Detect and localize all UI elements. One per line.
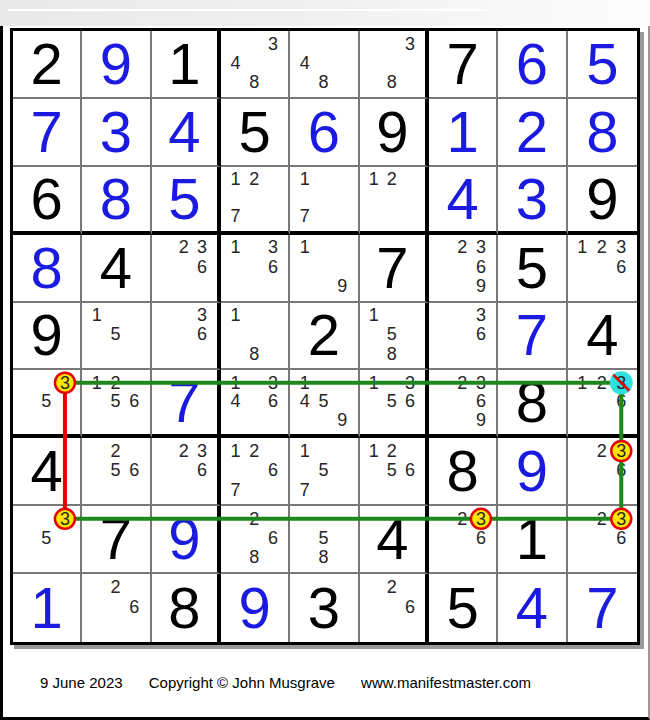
pencil-marks: 136 (221, 235, 288, 301)
cell-r4c5[interactable]: 19 (290, 235, 359, 303)
cell-r2c2[interactable]: 3 (82, 99, 151, 167)
pencil-marks: 17 (290, 167, 357, 231)
top-strip (0, 0, 650, 26)
candidate-2: 2 (106, 441, 125, 460)
candidate-6: 6 (264, 392, 283, 411)
candidate-6: 6 (401, 392, 419, 411)
pencil-marks: 1459 (290, 370, 357, 434)
given-digit: 7 (82, 506, 149, 572)
candidate-8: 8 (314, 548, 333, 567)
cell-r3c9[interactable]: 9 (568, 167, 637, 235)
pencil-marks: 1346 (221, 370, 288, 434)
pencil-marks: 2369 (429, 370, 496, 434)
cell-r7c7[interactable]: 8 (429, 438, 498, 506)
cell-r3c4[interactable]: 127 (221, 167, 290, 235)
cell-r9c3[interactable]: 8 (152, 574, 221, 642)
cell-r2c1[interactable]: 7 (13, 99, 82, 167)
pencil-marks: 236 (429, 506, 496, 572)
given-digit: 3 (290, 574, 357, 642)
pencil-marks: 1236 (568, 235, 637, 301)
candidate-3: 3 (612, 509, 631, 528)
solved-digit: 6 (290, 99, 357, 165)
cell-r9c1[interactable]: 1 (13, 574, 82, 642)
candidate-6: 6 (264, 461, 283, 480)
solved-digit: 3 (498, 167, 565, 231)
candidate-1: 1 (226, 373, 245, 392)
cell-r6c2[interactable]: 1256 (82, 370, 151, 438)
candidate-5: 5 (314, 529, 333, 548)
candidate-8: 8 (245, 344, 264, 363)
candidate-3: 3 (193, 238, 211, 257)
cell-r6c5[interactable]: 1459 (290, 370, 359, 438)
cell-r6c7[interactable]: 2369 (429, 370, 498, 438)
candidate-5: 5 (383, 392, 401, 411)
candidate-1: 1 (87, 373, 106, 392)
pencil-marks: 236 (152, 235, 217, 301)
candidate-9: 9 (333, 411, 352, 430)
cell-r3c2[interactable]: 8 (82, 167, 151, 235)
candidate-2: 2 (592, 509, 611, 528)
solved-digit: 9 (498, 438, 565, 504)
pencil-marks: 48 (290, 31, 357, 97)
candidate-6: 6 (401, 597, 419, 617)
candidate-4: 4 (295, 53, 314, 72)
candidate-9: 9 (472, 276, 491, 295)
candidate-8: 8 (245, 73, 264, 92)
pencil-marks: 12 (360, 167, 425, 231)
cell-r2c6[interactable]: 9 (360, 99, 429, 167)
candidate-1: 1 (365, 170, 383, 189)
given-digit: 4 (568, 303, 637, 369)
pencil-marks: 36 (152, 303, 217, 369)
pencil-marks: 2369 (429, 235, 496, 301)
cell-r7c9[interactable]: 236 (568, 438, 637, 506)
candidate-1: 1 (226, 170, 245, 189)
candidate-2: 2 (175, 441, 193, 460)
candidate-3: 3 (264, 238, 283, 257)
solved-digit: 1 (429, 99, 496, 165)
candidate-4: 4 (295, 392, 314, 411)
solved-digit: 3 (82, 99, 149, 165)
candidate-2: 2 (453, 509, 472, 528)
cell-r5c7[interactable]: 36 (429, 303, 498, 371)
solved-digit: 8 (568, 99, 637, 165)
candidate-2: 2 (453, 373, 472, 392)
candidate-6: 6 (612, 392, 631, 411)
footer-website: www.manifestmaster.com (361, 674, 531, 691)
cell-r4c9[interactable]: 1236 (568, 235, 637, 303)
candidate-1: 1 (226, 441, 245, 460)
candidate-3: 3 (264, 373, 283, 392)
sudoku-page: 2913484838765734569128685127171243984236… (0, 0, 650, 720)
given-digit: 1 (498, 506, 565, 572)
candidate-1: 1 (226, 238, 245, 257)
pencil-marks: 236 (568, 506, 637, 572)
cell-r2c8[interactable]: 2 (498, 99, 567, 167)
cell-r4c6[interactable]: 7 (360, 235, 429, 303)
candidate-1: 1 (226, 306, 245, 325)
candidate-3: 3 (56, 509, 75, 528)
cell-r2c5[interactable]: 6 (290, 99, 359, 167)
candidate-6: 6 (472, 529, 491, 548)
candidate-8: 8 (314, 73, 333, 92)
candidate-5: 5 (106, 325, 125, 344)
cell-r5c2[interactable]: 15 (82, 303, 151, 371)
cell-r4c3[interactable]: 236 (152, 235, 221, 303)
candidate-2: 2 (175, 238, 193, 257)
cell-r2c7[interactable]: 1 (429, 99, 498, 167)
candidate-2: 2 (383, 577, 401, 597)
given-digit: 4 (360, 506, 425, 572)
given-digit: 1 (152, 31, 217, 97)
candidate-3: 3 (612, 441, 631, 460)
given-digit: 9 (568, 167, 637, 231)
candidate-6: 6 (472, 325, 491, 344)
candidate-1: 1 (365, 441, 383, 460)
cell-r6c6[interactable]: 1356 (360, 370, 429, 438)
top-strip-divider (8, 9, 488, 11)
candidate-6: 6 (472, 257, 491, 276)
candidate-6: 6 (193, 325, 211, 344)
candidate-5: 5 (106, 461, 125, 480)
candidate-2: 2 (106, 577, 125, 597)
candidate-6: 6 (612, 257, 631, 276)
cell-r1c3[interactable]: 1 (152, 31, 221, 99)
candidate-5: 5 (106, 392, 125, 411)
given-digit: 2 (290, 303, 357, 369)
candidate-1: 1 (573, 373, 592, 392)
given-digit: 7 (429, 31, 496, 97)
solved-digit: 1 (13, 574, 80, 642)
candidate-2: 2 (453, 238, 472, 257)
cell-r4c4[interactable]: 136 (221, 235, 290, 303)
candidate-6: 6 (612, 529, 631, 548)
cell-r5c9[interactable]: 4 (568, 303, 637, 371)
candidate-1: 1 (295, 170, 314, 189)
candidate-2: 2 (383, 441, 401, 460)
cell-r7c5[interactable]: 157 (290, 438, 359, 506)
cell-r2c9[interactable]: 8 (568, 99, 637, 167)
candidate-6: 6 (125, 461, 144, 480)
candidate-3: 3 (472, 509, 491, 528)
cell-r1c8[interactable]: 6 (498, 31, 567, 99)
given-digit: 5 (429, 574, 496, 642)
cell-r8c2[interactable]: 7 (82, 506, 151, 574)
candidate-4: 4 (226, 392, 245, 411)
footer: 9 June 2023 Copyright © John Musgrave ww… (40, 674, 553, 691)
cell-r5c5[interactable]: 2 (290, 303, 359, 371)
pencil-marks: 348 (221, 31, 288, 97)
pencil-marks: 36 (429, 303, 496, 369)
candidate-5: 5 (37, 529, 56, 548)
cell-r3c6[interactable]: 12 (360, 167, 429, 235)
candidate-1: 1 (365, 373, 383, 392)
pencil-marks: 157 (290, 438, 357, 504)
candidate-1: 1 (295, 441, 314, 460)
cell-r8c3[interactable]: 9 (152, 506, 221, 574)
cell-r3c5[interactable]: 17 (290, 167, 359, 235)
given-digit: 4 (13, 438, 80, 504)
solved-digit: 2 (498, 99, 565, 165)
cell-r6c9[interactable]: 1236 (568, 370, 637, 438)
solved-digit: 6 (498, 31, 565, 97)
cell-r4c1[interactable]: 8 (13, 235, 82, 303)
cell-r8c7[interactable]: 236 (429, 506, 498, 574)
candidate-1: 1 (573, 238, 592, 257)
cell-r1c9[interactable]: 5 (568, 31, 637, 99)
cell-r1c4[interactable]: 348 (221, 31, 290, 99)
candidate-4: 4 (226, 53, 245, 72)
pencil-marks: 19 (290, 235, 357, 301)
cell-r8c6[interactable]: 4 (360, 506, 429, 574)
cell-r6c4[interactable]: 1346 (221, 370, 290, 438)
candidate-5: 5 (314, 461, 333, 480)
candidate-7: 7 (226, 480, 245, 499)
cell-r2c4[interactable]: 5 (221, 99, 290, 167)
given-digit: 8 (429, 438, 496, 504)
candidate-6: 6 (193, 461, 211, 480)
candidate-5: 5 (314, 392, 333, 411)
solved-digit: 7 (568, 574, 637, 642)
cell-r9c2[interactable]: 26 (82, 574, 151, 642)
cell-r9c4[interactable]: 9 (221, 574, 290, 642)
candidate-2: 2 (245, 441, 264, 460)
solved-digit: 5 (152, 167, 217, 231)
pencil-marks: 35 (13, 370, 80, 434)
footer-date: 9 June 2023 (40, 674, 123, 691)
cell-r4c8[interactable]: 5 (498, 235, 567, 303)
candidate-7: 7 (295, 207, 314, 226)
cell-r6c8[interactable]: 8 (498, 370, 567, 438)
solved-digit: 4 (152, 99, 217, 165)
candidate-3: 3 (56, 373, 75, 392)
given-digit: 8 (152, 574, 217, 642)
candidate-6: 6 (264, 257, 283, 276)
pencil-marks: 58 (290, 506, 357, 572)
cell-r1c2[interactable]: 9 (82, 31, 151, 99)
candidate-3: 3 (472, 373, 491, 392)
candidate-8: 8 (245, 548, 264, 567)
cell-r5c8[interactable]: 7 (498, 303, 567, 371)
cell-r3c1[interactable]: 6 (13, 167, 82, 235)
given-digit: 9 (360, 99, 425, 165)
candidate-6: 6 (125, 392, 144, 411)
cell-r7c4[interactable]: 1267 (221, 438, 290, 506)
candidate-6: 6 (401, 461, 419, 480)
cell-r5c4[interactable]: 18 (221, 303, 290, 371)
cell-r6c3[interactable]: 7 (152, 370, 221, 438)
candidate-1: 1 (295, 238, 314, 257)
candidate-6: 6 (472, 392, 491, 411)
cell-r7c3[interactable]: 236 (152, 438, 221, 506)
pencil-marks: 1256 (82, 370, 149, 434)
pencil-marks: 1256 (360, 438, 425, 504)
cell-r5c6[interactable]: 158 (360, 303, 429, 371)
candidate-6: 6 (125, 597, 144, 617)
candidate-1: 1 (87, 306, 106, 325)
cell-r4c7[interactable]: 2369 (429, 235, 498, 303)
cell-r1c7[interactable]: 7 (429, 31, 498, 99)
pencil-marks: 158 (360, 303, 425, 369)
candidate-2: 2 (383, 170, 401, 189)
solved-digit: 8 (13, 235, 80, 301)
cell-r2c3[interactable]: 4 (152, 99, 221, 167)
pencil-marks: 38 (360, 31, 425, 97)
given-digit: 7 (360, 235, 425, 301)
cell-r7c8[interactable]: 9 (498, 438, 567, 506)
solved-digit: 4 (429, 167, 496, 231)
pencil-marks: 236 (568, 438, 637, 504)
cell-r7c6[interactable]: 1256 (360, 438, 429, 506)
pencil-marks: 26 (360, 574, 425, 642)
cell-r9c6[interactable]: 26 (360, 574, 429, 642)
candidate-6: 6 (264, 529, 283, 548)
pencil-marks: 1236 (568, 370, 637, 434)
cell-r8c8[interactable]: 1 (498, 506, 567, 574)
candidate-7: 7 (226, 207, 245, 226)
candidate-3: 3 (401, 34, 419, 53)
cell-r9c7[interactable]: 5 (429, 574, 498, 642)
solved-digit: 4 (498, 574, 565, 642)
solved-digit: 7 (498, 303, 565, 369)
candidate-2: 2 (245, 509, 264, 528)
pencil-marks: 15 (82, 303, 149, 369)
candidate-9: 9 (333, 276, 352, 295)
given-digit: 9 (13, 303, 80, 369)
candidate-6: 6 (193, 257, 211, 276)
solved-digit: 5 (568, 31, 637, 97)
candidate-3: 3 (193, 441, 211, 460)
candidate-2: 2 (245, 170, 264, 189)
cell-r8c5[interactable]: 58 (290, 506, 359, 574)
cell-r7c1[interactable]: 4 (13, 438, 82, 506)
pencil-marks: 35 (13, 506, 80, 572)
cell-r8c4[interactable]: 268 (221, 506, 290, 574)
given-digit: 5 (221, 99, 288, 165)
candidate-3: 3 (612, 373, 631, 392)
candidate-5: 5 (383, 325, 401, 344)
cell-r3c7[interactable]: 4 (429, 167, 498, 235)
given-digit: 6 (13, 167, 80, 231)
pencil-marks: 18 (221, 303, 288, 369)
candidate-6: 6 (612, 461, 631, 480)
candidate-1: 1 (365, 306, 383, 325)
cell-r8c9[interactable]: 236 (568, 506, 637, 574)
pencil-marks: 26 (82, 574, 149, 642)
cell-r1c1[interactable]: 2 (13, 31, 82, 99)
candidate-8: 8 (383, 344, 401, 363)
solved-digit: 9 (152, 506, 217, 572)
solved-digit: 9 (221, 574, 288, 642)
solved-digit: 8 (82, 167, 149, 231)
candidate-2: 2 (592, 238, 611, 257)
cell-r9c9[interactable]: 7 (568, 574, 637, 642)
given-digit: 8 (498, 370, 565, 434)
candidate-2: 2 (106, 373, 125, 392)
cell-r5c1[interactable]: 9 (13, 303, 82, 371)
cell-r8c1[interactable]: 35 (13, 506, 82, 574)
cell-r5c3[interactable]: 36 (152, 303, 221, 371)
cell-r1c5[interactable]: 48 (290, 31, 359, 99)
given-digit: 2 (13, 31, 80, 97)
candidate-3: 3 (612, 238, 631, 257)
candidate-2: 2 (592, 441, 611, 460)
cell-r3c8[interactable]: 3 (498, 167, 567, 235)
pencil-marks: 1356 (360, 370, 425, 434)
cell-r9c5[interactable]: 3 (290, 574, 359, 642)
candidate-8: 8 (383, 73, 401, 92)
candidate-1: 1 (295, 373, 314, 392)
cell-r4c2[interactable]: 4 (82, 235, 151, 303)
candidate-3: 3 (193, 306, 211, 325)
candidate-3: 3 (472, 306, 491, 325)
candidate-7: 7 (295, 480, 314, 499)
sudoku-board: 2913484838765734569128685127171243984236… (10, 28, 640, 645)
candidate-5: 5 (383, 461, 401, 480)
cell-r7c2[interactable]: 256 (82, 438, 151, 506)
cell-r1c6[interactable]: 38 (360, 31, 429, 99)
solved-digit: 9 (82, 31, 149, 97)
pencil-marks: 236 (152, 438, 217, 504)
given-digit: 4 (82, 235, 149, 301)
given-digit: 5 (498, 235, 565, 301)
candidate-3: 3 (401, 373, 419, 392)
candidate-3: 3 (472, 238, 491, 257)
cell-r6c1[interactable]: 35 (13, 370, 82, 438)
candidate-5: 5 (37, 392, 56, 411)
cell-r3c3[interactable]: 5 (152, 167, 221, 235)
cell-r9c8[interactable]: 4 (498, 574, 567, 642)
footer-copyright: Copyright © John Musgrave (149, 674, 335, 691)
solved-digit: 7 (13, 99, 80, 165)
solved-digit: 7 (152, 370, 217, 434)
pencil-marks: 256 (82, 438, 149, 504)
candidate-2: 2 (592, 373, 611, 392)
candidate-3: 3 (264, 34, 283, 53)
candidate-9: 9 (472, 411, 491, 430)
pencil-marks: 127 (221, 167, 288, 231)
pencil-marks: 268 (221, 506, 288, 572)
pencil-marks: 1267 (221, 438, 288, 504)
